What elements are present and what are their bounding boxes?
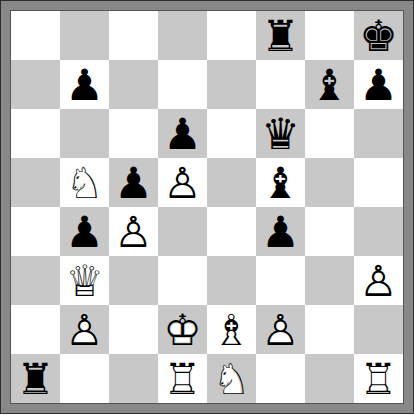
square-h7[interactable]: ♟ <box>354 60 403 109</box>
square-c3[interactable] <box>109 256 158 305</box>
piece-glyph: ♟ <box>60 60 109 109</box>
piece-outline-layer: ♖ <box>158 354 207 403</box>
bottom-margin-strip <box>0 414 414 418</box>
piece-glyph: ♟ <box>256 207 305 256</box>
square-c8[interactable] <box>109 11 158 60</box>
square-h3[interactable]: ♟♙ <box>354 256 403 305</box>
piece-black-pawn[interactable]: ♟ <box>256 207 305 256</box>
square-c7[interactable] <box>109 60 158 109</box>
square-d1[interactable]: ♜♖ <box>158 354 207 403</box>
square-f4[interactable]: ♟ <box>256 207 305 256</box>
square-g7[interactable]: ♝ <box>305 60 354 109</box>
piece-glyph: ♟ <box>158 109 207 158</box>
square-a3[interactable] <box>11 256 60 305</box>
square-a7[interactable] <box>11 60 60 109</box>
piece-black-bishop[interactable]: ♝ <box>256 158 305 207</box>
square-a5[interactable] <box>11 158 60 207</box>
piece-black-rook[interactable]: ♜ <box>11 354 60 403</box>
piece-glyph: ♚ <box>354 11 403 60</box>
piece-glyph: ♜ <box>256 11 305 60</box>
square-e3[interactable] <box>207 256 256 305</box>
square-f2[interactable]: ♟♙ <box>256 305 305 354</box>
piece-black-queen[interactable]: ♛ <box>256 109 305 158</box>
piece-white-knight[interactable]: ♞♘ <box>60 158 109 207</box>
piece-white-rook[interactable]: ♜♖ <box>158 354 207 403</box>
piece-outline-layer: ♙ <box>60 305 109 354</box>
piece-white-pawn[interactable]: ♟♙ <box>354 256 403 305</box>
piece-black-pawn[interactable]: ♟ <box>354 60 403 109</box>
square-b2[interactable]: ♟♙ <box>60 305 109 354</box>
piece-white-pawn[interactable]: ♟♙ <box>109 207 158 256</box>
square-g6[interactable] <box>305 109 354 158</box>
square-d2[interactable]: ♚♔ <box>158 305 207 354</box>
square-b7[interactable]: ♟ <box>60 60 109 109</box>
chess-board: ♜♚♟♝♟♟♛♞♘♟♟♙♝♟♟♙♟♛♕♟♙♟♙♚♔♝♗♟♙♜♜♖♞♘♜♖ <box>10 10 404 404</box>
piece-outline-layer: ♘ <box>207 354 256 403</box>
piece-black-king[interactable]: ♚ <box>354 11 403 60</box>
piece-glyph: ♝ <box>305 60 354 109</box>
square-c5[interactable]: ♟ <box>109 158 158 207</box>
piece-outline-layer: ♖ <box>354 354 403 403</box>
square-a6[interactable] <box>11 109 60 158</box>
square-f6[interactable]: ♛ <box>256 109 305 158</box>
piece-outline-layer: ♔ <box>158 305 207 354</box>
square-g8[interactable] <box>305 11 354 60</box>
square-d4[interactable] <box>158 207 207 256</box>
piece-outline-layer: ♙ <box>109 207 158 256</box>
chess-diagram-page: ♜♚♟♝♟♟♛♞♘♟♟♙♝♟♟♙♟♛♕♟♙♟♙♚♔♝♗♟♙♜♜♖♞♘♜♖ <box>0 0 414 418</box>
piece-glyph: ♟ <box>354 60 403 109</box>
square-g2[interactable] <box>305 305 354 354</box>
square-f7[interactable] <box>256 60 305 109</box>
piece-white-bishop[interactable]: ♝♗ <box>207 305 256 354</box>
square-d7[interactable] <box>158 60 207 109</box>
square-f3[interactable] <box>256 256 305 305</box>
square-b6[interactable] <box>60 109 109 158</box>
square-c4[interactable]: ♟♙ <box>109 207 158 256</box>
square-b5[interactable]: ♞♘ <box>60 158 109 207</box>
square-f1[interactable] <box>256 354 305 403</box>
square-e2[interactable]: ♝♗ <box>207 305 256 354</box>
piece-black-pawn[interactable]: ♟ <box>60 60 109 109</box>
piece-outline-layer: ♙ <box>354 256 403 305</box>
piece-outline-layer: ♕ <box>60 256 109 305</box>
piece-black-pawn[interactable]: ♟ <box>109 158 158 207</box>
square-h4[interactable] <box>354 207 403 256</box>
square-e7[interactable] <box>207 60 256 109</box>
square-e4[interactable] <box>207 207 256 256</box>
piece-outline-layer: ♙ <box>158 158 207 207</box>
square-g4[interactable] <box>305 207 354 256</box>
square-d6[interactable]: ♟ <box>158 109 207 158</box>
square-c6[interactable] <box>109 109 158 158</box>
square-d5[interactable]: ♟♙ <box>158 158 207 207</box>
piece-black-pawn[interactable]: ♟ <box>158 109 207 158</box>
square-h8[interactable]: ♚ <box>354 11 403 60</box>
piece-glyph: ♛ <box>256 109 305 158</box>
piece-black-rook[interactable]: ♜ <box>256 11 305 60</box>
square-e8[interactable] <box>207 11 256 60</box>
piece-glyph: ♝ <box>256 158 305 207</box>
piece-black-bishop[interactable]: ♝ <box>305 60 354 109</box>
piece-white-pawn[interactable]: ♟♙ <box>158 158 207 207</box>
piece-black-pawn[interactable]: ♟ <box>60 207 109 256</box>
piece-outline-layer: ♗ <box>207 305 256 354</box>
square-e1[interactable]: ♞♘ <box>207 354 256 403</box>
square-c2[interactable] <box>109 305 158 354</box>
square-h2[interactable] <box>354 305 403 354</box>
square-b4[interactable]: ♟ <box>60 207 109 256</box>
piece-white-pawn[interactable]: ♟♙ <box>60 305 109 354</box>
square-g3[interactable] <box>305 256 354 305</box>
square-a1[interactable]: ♜ <box>11 354 60 403</box>
piece-white-rook[interactable]: ♜♖ <box>354 354 403 403</box>
square-c1[interactable] <box>109 354 158 403</box>
piece-glyph: ♟ <box>60 207 109 256</box>
square-h5[interactable] <box>354 158 403 207</box>
square-e6[interactable] <box>207 109 256 158</box>
piece-glyph: ♟ <box>109 158 158 207</box>
piece-outline-layer: ♙ <box>256 305 305 354</box>
square-f8[interactable]: ♜ <box>256 11 305 60</box>
square-d8[interactable] <box>158 11 207 60</box>
square-b3[interactable]: ♛♕ <box>60 256 109 305</box>
piece-white-pawn[interactable]: ♟♙ <box>256 305 305 354</box>
square-g5[interactable] <box>305 158 354 207</box>
square-g1[interactable] <box>305 354 354 403</box>
piece-glyph: ♜ <box>11 354 60 403</box>
square-b8[interactable] <box>60 11 109 60</box>
piece-white-knight[interactable]: ♞♘ <box>207 354 256 403</box>
square-b1[interactable] <box>60 354 109 403</box>
square-h6[interactable] <box>354 109 403 158</box>
square-a8[interactable] <box>11 11 60 60</box>
piece-outline-layer: ♘ <box>60 158 109 207</box>
square-a2[interactable] <box>11 305 60 354</box>
square-d3[interactable] <box>158 256 207 305</box>
square-a4[interactable] <box>11 207 60 256</box>
square-f5[interactable]: ♝ <box>256 158 305 207</box>
square-e5[interactable] <box>207 158 256 207</box>
board-frame: ♜♚♟♝♟♟♛♞♘♟♟♙♝♟♟♙♟♛♕♟♙♟♙♚♔♝♗♟♙♜♜♖♞♘♜♖ <box>0 0 414 414</box>
piece-white-queen[interactable]: ♛♕ <box>60 256 109 305</box>
square-h1[interactable]: ♜♖ <box>354 354 403 403</box>
piece-white-king[interactable]: ♚♔ <box>158 305 207 354</box>
